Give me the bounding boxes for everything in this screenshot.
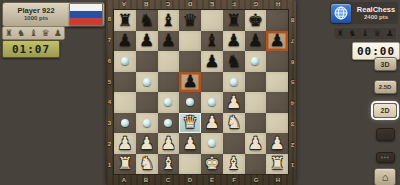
realchess-app: Player 922 1000 pts ♜♞♝♛♟ 01:07 RealChes… [0, 0, 400, 185]
square-b8[interactable]: ♞ [136, 10, 158, 31]
square-b3[interactable] [136, 113, 158, 134]
square-h1[interactable]: ♜ [266, 154, 288, 175]
square-f8[interactable]: ♜ [223, 10, 245, 31]
square-e2[interactable] [201, 133, 223, 154]
white-captured-tray: ♜♞♝♛♟ [2, 26, 65, 40]
rank-label-6: 6 [289, 51, 296, 72]
piece-white-pawn: ♟ [204, 114, 219, 131]
piece-black-pawn: ♟ [183, 73, 198, 90]
rank-label-8: 8 [106, 9, 113, 30]
knight-tray-icon: ♞ [17, 28, 25, 38]
rank-label-5: 5 [106, 71, 113, 92]
legal-move-dot [186, 98, 194, 106]
file-label-f: F [223, 175, 245, 185]
view-2-5d-button[interactable]: 2.5D [374, 80, 397, 94]
rank-label-4: 4 [106, 92, 113, 113]
square-a6[interactable] [114, 51, 136, 72]
square-f1[interactable]: ♝ [223, 154, 245, 175]
view-2d-button[interactable]: 2D [373, 103, 397, 118]
piece-black-pawn: ♟ [226, 32, 241, 49]
piece-black-knight: ♞ [226, 53, 241, 70]
legal-move-dot [121, 119, 129, 127]
piece-black-queen: ♛ [183, 12, 198, 29]
square-h4[interactable] [266, 92, 288, 113]
globe-icon [331, 4, 351, 23]
piece-white-queen: ♛ [183, 114, 198, 131]
rank-label-2: 2 [289, 134, 296, 155]
piece-black-knight: ♞ [139, 12, 154, 29]
rank-label-5: 5 [289, 71, 296, 92]
square-c4[interactable] [158, 92, 180, 113]
legal-move-dot [230, 78, 238, 86]
square-h6[interactable] [266, 51, 288, 72]
black-player-name: RealChess [357, 6, 395, 14]
bishop-tray-icon: ♝ [361, 29, 369, 38]
piece-white-pawn: ♟ [161, 135, 176, 152]
piece-white-knight: ♞ [139, 155, 154, 172]
piece-white-pawn: ♟ [248, 135, 263, 152]
legal-move-dot [208, 139, 216, 147]
file-label-d: D [179, 175, 201, 185]
legal-move-dot [164, 119, 172, 127]
player-card-white: Player 922 1000 pts [2, 2, 105, 27]
knight-tray-icon: ♞ [349, 29, 357, 38]
legal-move-dot [251, 57, 259, 65]
file-label-h: H [267, 0, 289, 9]
square-g1[interactable] [245, 154, 267, 175]
player-card-black: RealChess 2400 pts [330, 2, 398, 24]
piece-black-pawn: ♟ [139, 32, 154, 49]
piece-black-king: ♚ [248, 12, 263, 29]
rank-label-6: 6 [106, 51, 113, 72]
white-player-rating: 1000 pts [24, 15, 48, 22]
square-f5[interactable] [223, 72, 245, 93]
square-d2[interactable]: ♟ [179, 133, 201, 154]
legal-move-dot [208, 98, 216, 106]
black-player-info: RealChess 2400 pts [354, 6, 398, 21]
legal-move-dot [164, 98, 172, 106]
square-f6[interactable]: ♞ [223, 51, 245, 72]
rank-labels-left: 87654321 [106, 9, 113, 175]
file-label-e: E [201, 175, 223, 185]
rank-label-1: 1 [106, 154, 113, 175]
pawn-tray-icon: ♟ [54, 28, 62, 38]
file-labels-bottom: ABCDEFGH [113, 175, 289, 185]
square-e4[interactable] [201, 92, 223, 113]
piece-black-rook: ♜ [117, 12, 132, 29]
piece-white-pawn: ♟ [226, 94, 241, 111]
square-a4[interactable] [114, 92, 136, 113]
queen-tray-icon: ♛ [373, 29, 381, 38]
square-g2[interactable]: ♟ [245, 133, 267, 154]
black-captured-tray: ♜♞♝♛♟ [333, 27, 397, 40]
chess-board-frame: ABCDEFGH 87654321 ♜♞♝♛♜♚♟♟♟♝♟♟♟♟♞♟♟♛♟♞♟♟… [106, 0, 296, 185]
square-b7[interactable]: ♟ [136, 31, 158, 52]
piece-white-rook: ♜ [270, 155, 285, 172]
square-a7[interactable]: ♟ [114, 31, 136, 52]
piece-white-king: ♚ [204, 155, 219, 172]
square-b6[interactable] [136, 51, 158, 72]
rank-label-8: 8 [289, 9, 296, 30]
square-c3[interactable] [158, 113, 180, 134]
square-h2[interactable]: ♟ [266, 133, 288, 154]
white-player-name: Player 922 [17, 7, 54, 15]
square-a5[interactable] [114, 72, 136, 93]
piece-black-bishop: ♝ [161, 12, 176, 29]
rook-tray-icon: ♜ [336, 29, 344, 38]
square-g8[interactable]: ♚ [245, 10, 267, 31]
square-e7[interactable]: ♝ [201, 31, 223, 52]
piece-white-rook: ♜ [117, 155, 132, 172]
file-label-g: G [245, 0, 267, 9]
square-h3[interactable] [266, 113, 288, 134]
legal-move-dot [143, 119, 151, 127]
square-e5[interactable] [201, 72, 223, 93]
file-label-h: H [267, 175, 289, 185]
file-label-a: A [113, 0, 135, 9]
legal-move-dot [121, 57, 129, 65]
square-c2[interactable]: ♟ [158, 133, 180, 154]
square-a3[interactable] [114, 113, 136, 134]
file-labels-top: ABCDEFGH [113, 0, 289, 9]
square-b4[interactable] [136, 92, 158, 113]
square-e8[interactable] [201, 10, 223, 31]
square-a2[interactable]: ♟ [114, 133, 136, 154]
piece-white-pawn: ♟ [117, 135, 132, 152]
square-f3[interactable]: ♞ [223, 113, 245, 134]
file-label-g: G [245, 175, 267, 185]
square-f2[interactable] [223, 133, 245, 154]
queen-tray-icon: ♛ [42, 28, 50, 38]
square-g3[interactable] [245, 113, 267, 134]
bishop-tray-icon: ♝ [29, 28, 37, 38]
file-label-b: B [135, 175, 157, 185]
chess-board: ♜♞♝♛♜♚♟♟♟♝♟♟♟♟♞♟♟♛♟♞♟♟♟♟♟♟♜♞♝♚♝♜ [113, 9, 289, 175]
square-g5[interactable] [245, 72, 267, 93]
rank-label-3: 3 [289, 113, 296, 134]
file-label-a: A [113, 175, 135, 185]
square-b1[interactable]: ♞ [136, 154, 158, 175]
pawn-tray-icon: ♟ [386, 29, 394, 38]
piece-black-pawn: ♟ [161, 32, 176, 49]
piece-black-pawn: ♟ [204, 53, 219, 70]
file-label-c: C [157, 175, 179, 185]
piece-white-pawn: ♟ [270, 135, 285, 152]
square-a8[interactable]: ♜ [114, 10, 136, 31]
square-g4[interactable] [245, 92, 267, 113]
piece-black-pawn: ♟ [117, 32, 132, 49]
russia-flag-icon [69, 3, 103, 26]
square-e6[interactable]: ♟ [201, 51, 223, 72]
square-g6[interactable] [245, 51, 267, 72]
rank-labels-right: 87654321 [289, 9, 296, 175]
square-e3[interactable]: ♟ [201, 113, 223, 134]
rank-label-1: 1 [289, 154, 296, 175]
square-f7[interactable]: ♟ [223, 31, 245, 52]
piece-white-pawn: ♟ [183, 135, 198, 152]
square-c8[interactable]: ♝ [158, 10, 180, 31]
square-d8[interactable]: ♛ [179, 10, 201, 31]
black-player-rating: 2400 pts [364, 14, 388, 21]
square-c7[interactable]: ♟ [158, 31, 180, 52]
more-options-button[interactable]: ⋯ [376, 152, 395, 163]
file-label-d: D [179, 0, 201, 9]
piece-black-bishop: ♝ [204, 32, 219, 49]
square-h7[interactable]: ♟ [266, 31, 288, 52]
rank-label-7: 7 [106, 30, 113, 51]
legal-move-dot [143, 78, 151, 86]
rank-label-2: 2 [106, 134, 113, 155]
file-label-b: B [135, 0, 157, 9]
piece-black-rook: ♜ [226, 12, 241, 29]
home-button[interactable]: ⌂ [374, 168, 396, 185]
view-3d-button[interactable]: 3D [374, 57, 397, 71]
square-c5[interactable] [158, 72, 180, 93]
piece-white-bishop: ♝ [226, 155, 241, 172]
view-buttons-column: 3D2.5D2D⋯⌂ [372, 57, 398, 185]
white-clock: 01:07 [2, 40, 60, 58]
piece-white-pawn: ♟ [139, 135, 154, 152]
extra-view-button[interactable] [376, 128, 395, 141]
square-b2[interactable]: ♟ [136, 133, 158, 154]
square-f4[interactable]: ♟ [223, 92, 245, 113]
square-c6[interactable] [158, 51, 180, 72]
square-g7[interactable]: ♟ [245, 31, 267, 52]
piece-black-pawn: ♟ [248, 32, 263, 49]
rank-label-4: 4 [289, 92, 296, 113]
square-d4[interactable] [179, 92, 201, 113]
square-c1[interactable]: ♝ [158, 154, 180, 175]
square-b5[interactable] [136, 72, 158, 93]
square-d1[interactable] [179, 154, 201, 175]
square-a1[interactable]: ♜ [114, 154, 136, 175]
rook-tray-icon: ♜ [5, 28, 13, 38]
white-player-info: Player 922 1000 pts [3, 7, 69, 22]
piece-white-knight: ♞ [226, 114, 241, 131]
piece-white-bishop: ♝ [161, 155, 176, 172]
square-e1[interactable]: ♚ [201, 154, 223, 175]
file-label-f: F [223, 0, 245, 9]
square-d5[interactable]: ♟ [179, 72, 201, 93]
square-h8[interactable] [266, 10, 288, 31]
square-d3[interactable]: ♛ [179, 113, 201, 134]
rank-label-7: 7 [289, 30, 296, 51]
piece-black-pawn: ♟ [270, 32, 285, 49]
rank-label-3: 3 [106, 113, 113, 134]
file-label-c: C [157, 0, 179, 9]
square-d7[interactable] [179, 31, 201, 52]
square-h5[interactable] [266, 72, 288, 93]
file-label-e: E [201, 0, 223, 9]
square-d6[interactable] [179, 51, 201, 72]
